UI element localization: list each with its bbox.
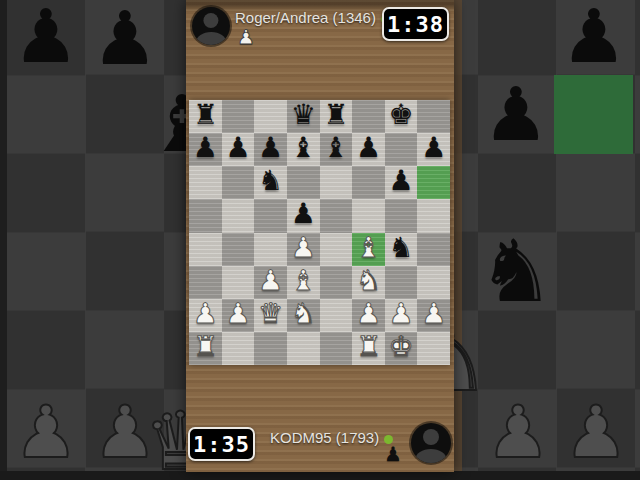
square-e5[interactable] <box>320 199 353 232</box>
square-c8[interactable] <box>254 100 287 133</box>
background-black-piece: ♟ <box>92 1 158 75</box>
square-e8[interactable]: ♜ <box>320 100 353 133</box>
background-white-piece: ♟ <box>93 396 158 468</box>
square-a3[interactable] <box>189 266 222 299</box>
white-piece-b-f4[interactable]: ♝ <box>356 234 381 262</box>
square-g8[interactable]: ♚ <box>385 100 418 133</box>
square-b4[interactable] <box>222 233 255 266</box>
white-piece-n-d2[interactable]: ♞ <box>291 300 316 328</box>
square-g1[interactable]: ♚ <box>385 332 418 365</box>
black-piece-n-c6[interactable]: ♞ <box>258 167 283 195</box>
square-h5[interactable] <box>417 199 450 232</box>
square-f6[interactable] <box>352 166 385 199</box>
square-h3[interactable] <box>417 266 450 299</box>
square-c4[interactable] <box>254 233 287 266</box>
square-a1[interactable]: ♜ <box>189 332 222 365</box>
black-piece-p-d5[interactable]: ♟ <box>291 200 316 228</box>
square-d1[interactable] <box>287 332 320 365</box>
white-piece-k-g1[interactable]: ♚ <box>389 333 414 361</box>
square-g6[interactable]: ♟ <box>385 166 418 199</box>
background-black-piece: ♟ <box>483 77 549 151</box>
avatar-silhouette-icon <box>203 13 218 28</box>
black-piece-p-a7[interactable]: ♟ <box>193 134 218 162</box>
background-black-piece: ♟ <box>13 0 79 73</box>
square-c1[interactable] <box>254 332 287 365</box>
square-e6[interactable] <box>320 166 353 199</box>
square-h1[interactable] <box>417 332 450 365</box>
square-c5[interactable] <box>254 199 287 232</box>
square-a5[interactable] <box>189 199 222 232</box>
square-h2[interactable]: ♟ <box>417 299 450 332</box>
bottom-player-avatar[interactable] <box>411 423 451 463</box>
square-d7[interactable]: ♝ <box>287 133 320 166</box>
square-f3[interactable]: ♞ <box>352 266 385 299</box>
square-b3[interactable] <box>222 266 255 299</box>
white-piece-p-f2[interactable]: ♟ <box>356 300 381 328</box>
white-piece-p-h2[interactable]: ♟ <box>421 300 446 328</box>
white-piece-p-d4[interactable]: ♟ <box>291 234 316 262</box>
top-player-avatar[interactable] <box>192 7 230 45</box>
captured-white-pawn-icon: ♟ <box>237 27 255 47</box>
black-piece-n-g4[interactable]: ♞ <box>389 234 414 262</box>
square-d5[interactable]: ♟ <box>287 199 320 232</box>
square-f7[interactable]: ♟ <box>352 133 385 166</box>
square-f4[interactable]: ♝ <box>352 233 385 266</box>
square-b7[interactable]: ♟ <box>222 133 255 166</box>
square-g2[interactable]: ♟ <box>385 299 418 332</box>
black-piece-p-b7[interactable]: ♟ <box>225 134 250 162</box>
square-f2[interactable]: ♟ <box>352 299 385 332</box>
black-piece-r-a8[interactable]: ♜ <box>193 101 218 129</box>
square-a8[interactable]: ♜ <box>189 100 222 133</box>
square-c7[interactable]: ♟ <box>254 133 287 166</box>
square-b5[interactable] <box>222 199 255 232</box>
square-h7[interactable]: ♟ <box>417 133 450 166</box>
black-piece-p-f7[interactable]: ♟ <box>356 134 381 162</box>
white-piece-r-f1[interactable]: ♜ <box>356 333 381 361</box>
white-piece-p-g2[interactable]: ♟ <box>389 300 414 328</box>
black-piece-r-e8[interactable]: ♜ <box>323 101 348 129</box>
top-player-name: Roger/Andrea (1346) <box>235 9 390 26</box>
black-piece-q-d8[interactable]: ♛ <box>291 101 316 129</box>
top-player-label: Roger/Andrea (1346) <box>235 9 376 26</box>
square-a6[interactable] <box>189 166 222 199</box>
white-piece-n-f3[interactable]: ♞ <box>356 267 381 295</box>
bottom-player-name: KODM95 (1793) <box>270 429 393 446</box>
black-piece-b-d7[interactable]: ♝ <box>291 134 316 162</box>
square-c2[interactable]: ♛ <box>254 299 287 332</box>
square-b8[interactable] <box>222 100 255 133</box>
square-d2[interactable]: ♞ <box>287 299 320 332</box>
black-piece-p-c7[interactable]: ♟ <box>258 134 283 162</box>
background-white-piece: ♟ <box>564 396 629 468</box>
square-d8[interactable]: ♛ <box>287 100 320 133</box>
square-a7[interactable]: ♟ <box>189 133 222 166</box>
bottom-player-label: KODM95 (1793) <box>270 429 379 446</box>
square-a2[interactable]: ♟ <box>189 299 222 332</box>
square-d3[interactable]: ♝ <box>287 266 320 299</box>
square-e7[interactable]: ♝ <box>320 133 353 166</box>
square-h6[interactable] <box>417 166 450 199</box>
square-e3[interactable] <box>320 266 353 299</box>
avatar-silhouette-icon <box>196 32 226 45</box>
square-f5[interactable] <box>352 199 385 232</box>
white-piece-p-b2[interactable]: ♟ <box>225 300 250 328</box>
square-f1[interactable]: ♜ <box>352 332 385 365</box>
black-piece-b-e7[interactable]: ♝ <box>323 134 348 162</box>
square-g3[interactable] <box>385 266 418 299</box>
background-black-piece: ♟ <box>561 0 627 73</box>
background-black-piece: ♞ <box>477 228 554 314</box>
square-h8[interactable] <box>417 100 450 133</box>
square-d4[interactable]: ♟ <box>287 233 320 266</box>
black-piece-p-g6[interactable]: ♟ <box>389 167 414 195</box>
square-g4[interactable]: ♞ <box>385 233 418 266</box>
chess-app-panel: Roger/Andrea (1346) ♟ 1:38 ♜♛♜♚♟♟♟♝♝♟♟♞♟… <box>186 0 454 472</box>
square-d6[interactable] <box>287 166 320 199</box>
white-piece-p-a2[interactable]: ♟ <box>193 300 218 328</box>
white-piece-r-a1[interactable]: ♜ <box>193 333 218 361</box>
square-e2[interactable] <box>320 299 353 332</box>
black-piece-p-h7[interactable]: ♟ <box>421 134 446 162</box>
captured-black-pawn-icon: ♟ <box>384 444 402 464</box>
square-b6[interactable] <box>222 166 255 199</box>
square-g7[interactable] <box>385 133 418 166</box>
square-a4[interactable] <box>189 233 222 266</box>
background-left-edge <box>0 0 7 480</box>
screenshot-stage: ♟♟♝♟♟♞♞♛♟♟♟♟ Roger/Andrea (1346) ♟ 1:38 … <box>0 0 640 480</box>
bottom-player-clock: 1:35 <box>188 427 255 461</box>
square-c3[interactable]: ♟ <box>254 266 287 299</box>
white-piece-p-c3[interactable]: ♟ <box>258 267 283 295</box>
bottom-system-bar <box>0 471 640 480</box>
square-b2[interactable]: ♟ <box>222 299 255 332</box>
background-white-piece: ♟ <box>486 396 551 468</box>
black-piece-k-g8[interactable]: ♚ <box>389 101 414 129</box>
avatar-silhouette-icon <box>415 449 446 463</box>
white-piece-q-c2[interactable]: ♛ <box>258 300 283 328</box>
square-f8[interactable] <box>352 100 385 133</box>
avatar-silhouette-icon <box>423 429 439 445</box>
square-g5[interactable] <box>385 199 418 232</box>
chess-board[interactable]: ♜♛♜♚♟♟♟♝♝♟♟♞♟♟♟♝♞♟♝♞♟♟♛♞♟♟♟♜♜♚ <box>189 100 450 365</box>
square-b1[interactable] <box>222 332 255 365</box>
square-e4[interactable] <box>320 233 353 266</box>
square-c6[interactable]: ♞ <box>254 166 287 199</box>
square-h4[interactable] <box>417 233 450 266</box>
top-player-clock: 1:38 <box>382 7 449 41</box>
background-white-piece: ♟ <box>14 396 79 468</box>
background-highlight-square <box>554 75 633 154</box>
white-piece-b-d3[interactable]: ♝ <box>291 267 316 295</box>
square-e1[interactable] <box>320 332 353 365</box>
